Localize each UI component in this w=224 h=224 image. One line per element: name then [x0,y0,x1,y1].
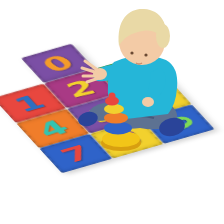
baby-left-hand [82,61,107,82]
toy-ring-orange [104,113,128,124]
baby-hair-side [156,24,170,48]
baby-eye-left [130,51,133,54]
baby-figure [77,9,187,139]
baby-right-hand [142,97,154,107]
baby-and-toy-overlay [0,0,224,224]
toy-top-knob [109,93,116,100]
toy-ring-yellow [104,104,124,114]
baby-eye-right [144,53,147,56]
product-photo-scene: 0123456789 [0,0,224,224]
toy-ring-blue [104,122,132,135]
